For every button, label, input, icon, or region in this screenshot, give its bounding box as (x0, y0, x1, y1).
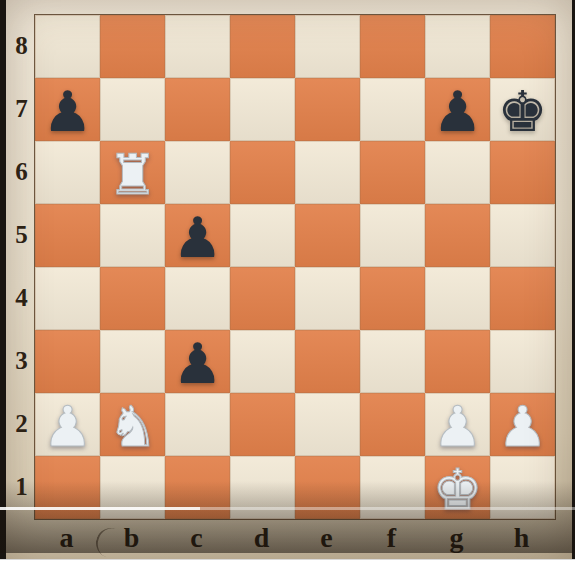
square-g3 (425, 330, 490, 393)
player-controls: ⚙ (0, 520, 575, 554)
black-king: ♚ (497, 84, 547, 140)
square-f2 (360, 393, 425, 456)
square-g4 (425, 267, 490, 330)
square-g6 (425, 141, 490, 204)
square-f7 (360, 78, 425, 141)
square-h2: ♟ (490, 393, 555, 456)
square-h3 (490, 330, 555, 393)
square-a2: ♟ (35, 393, 100, 456)
black-pawn: ♟ (42, 84, 92, 140)
rank-label-8: 8 (6, 14, 34, 77)
square-d6 (230, 141, 295, 204)
white-pawn: ♟ (432, 399, 482, 455)
square-a5 (35, 204, 100, 267)
square-c7 (165, 78, 230, 141)
square-a6 (35, 141, 100, 204)
chessboard: ♟♟♚♜♟♟♟♞♟♟♚ (34, 14, 556, 520)
square-c2 (165, 393, 230, 456)
rank-label-2: 2 (6, 392, 34, 455)
square-b5 (100, 204, 165, 267)
video-player[interactable]: 87654321 ♟♟♚♜♟♟♟♞♟♟♚ abcdefgh ⚙ (0, 0, 575, 559)
square-h8 (490, 15, 555, 78)
square-b3 (100, 330, 165, 393)
black-pawn: ♟ (172, 336, 222, 392)
square-c4 (165, 267, 230, 330)
square-e5 (295, 204, 360, 267)
square-e6 (295, 141, 360, 204)
square-c3: ♟ (165, 330, 230, 393)
video-page: 87654321 ♟♟♚♜♟♟♟♞♟♟♚ abcdefgh ⚙ (0, 0, 575, 565)
square-d4 (230, 267, 295, 330)
white-pawn: ♟ (497, 399, 547, 455)
square-b7 (100, 78, 165, 141)
square-f5 (360, 204, 425, 267)
square-f3 (360, 330, 425, 393)
square-b8 (100, 15, 165, 78)
video-progress-bar[interactable] (0, 507, 575, 510)
square-a4 (35, 267, 100, 330)
square-a7: ♟ (35, 78, 100, 141)
square-e2 (295, 393, 360, 456)
square-g2: ♟ (425, 393, 490, 456)
square-h4 (490, 267, 555, 330)
square-g8 (425, 15, 490, 78)
rank-label-5: 5 (6, 203, 34, 266)
square-h7: ♚ (490, 78, 555, 141)
rank-labels: 87654321 (6, 14, 34, 518)
square-f8 (360, 15, 425, 78)
square-e4 (295, 267, 360, 330)
white-knight: ♞ (107, 399, 157, 455)
rank-label-4: 4 (6, 266, 34, 329)
black-pawn: ♟ (432, 84, 482, 140)
square-d7 (230, 78, 295, 141)
square-h5 (490, 204, 555, 267)
square-d5 (230, 204, 295, 267)
square-d2 (230, 393, 295, 456)
square-b4 (100, 267, 165, 330)
square-b6: ♜ (100, 141, 165, 204)
square-a8 (35, 15, 100, 78)
rank-label-7: 7 (6, 77, 34, 140)
square-g5 (425, 204, 490, 267)
white-rook: ♜ (107, 147, 157, 203)
square-b2: ♞ (100, 393, 165, 456)
square-g7: ♟ (425, 78, 490, 141)
square-e3 (295, 330, 360, 393)
rank-label-6: 6 (6, 140, 34, 203)
square-f4 (360, 267, 425, 330)
square-h6 (490, 141, 555, 204)
square-f6 (360, 141, 425, 204)
square-c8 (165, 15, 230, 78)
square-d8 (230, 15, 295, 78)
rank-label-3: 3 (6, 329, 34, 392)
square-c6 (165, 141, 230, 204)
square-e7 (295, 78, 360, 141)
white-pawn: ♟ (42, 399, 92, 455)
square-a3 (35, 330, 100, 393)
square-c5: ♟ (165, 204, 230, 267)
progress-played (0, 507, 200, 510)
square-e8 (295, 15, 360, 78)
square-d3 (230, 330, 295, 393)
page-background-strip (0, 559, 575, 565)
black-pawn: ♟ (172, 210, 222, 266)
chessboard-photo: 87654321 ♟♟♚♜♟♟♟♞♟♟♚ abcdefgh (6, 0, 572, 559)
